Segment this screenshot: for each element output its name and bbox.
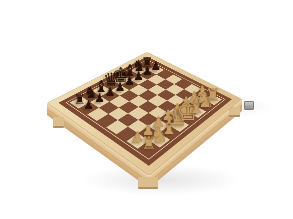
piece-black-pawn[interactable]: ♟ <box>141 61 171 73</box>
product-photo-scene: ♜♞♝♛♚♝♞♜♟♟♟♟♟♟♟♟♟♟♟♟♟♟♟♟♜♞♝♛♚♝♞♜ <box>0 0 293 219</box>
case-latch-icon <box>244 101 254 110</box>
board-foot-right <box>229 107 240 117</box>
board-foot-front <box>138 177 158 189</box>
board-foot-left <box>53 117 64 128</box>
piece-white-rook[interactable]: ♜ <box>198 87 228 104</box>
